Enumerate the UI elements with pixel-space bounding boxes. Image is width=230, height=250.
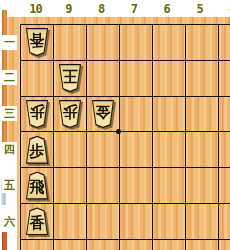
square-8-3[interactable]: 金 [87,97,120,133]
square-9-4[interactable] [54,132,87,168]
square-10-2[interactable] [21,61,54,97]
square-7-3[interactable] [120,97,153,133]
piece-pawn-gote[interactable]: 歩 [25,100,49,128]
square-7-1[interactable] [120,25,153,61]
piece-kanji: 歩 [58,100,82,128]
square-6-6[interactable] [153,204,186,240]
square-10-7[interactable] [21,240,54,250]
piece-lance-gote[interactable]: 香 [25,28,49,56]
file-label-8: 8 [98,2,104,16]
square-5-7[interactable] [186,240,219,250]
piece-kanji: 香 [25,207,49,235]
rank-label-box-6: 六 [2,214,17,229]
square-8-5[interactable] [87,168,120,204]
rank-label-3: 三 [4,108,15,119]
square-10-3[interactable]: 歩 [21,97,54,133]
piece-body: 歩 [25,100,49,128]
square-9-2[interactable]: 王 [54,61,87,97]
piece-pawn-gote[interactable]: 歩 [58,100,82,128]
square-9-5[interactable] [54,168,87,204]
square-6-3[interactable] [153,97,186,133]
file-labels-row: 10987654 [0,0,230,17]
file-label-7: 7 [131,2,137,16]
rank-label-box-1: 一 [2,35,17,50]
file-label-5: 5 [196,2,202,16]
piece-kanji: 飛 [25,172,49,200]
file-label-6: 6 [164,2,170,16]
file-label-4: 4 [229,2,230,16]
square-8-4[interactable] [87,132,120,168]
square-5-3[interactable] [186,97,219,133]
file-label-10: 10 [29,2,41,16]
square-5-2[interactable] [186,61,219,97]
square-4-4[interactable] [219,132,230,168]
square-4-2[interactable] [219,61,230,97]
square-10-6[interactable]: 香 [21,204,54,240]
piece-kanji: 金 [91,100,115,128]
file-label-9: 9 [65,2,71,16]
piece-king-gote[interactable]: 王 [58,64,82,92]
piece-body: 香 [25,28,49,56]
piece-body: 香 [25,207,49,235]
square-7-6[interactable] [120,204,153,240]
shogi-app-screenshot: 香王歩歩金歩飛香 10987654 一二三四五六 [0,0,230,250]
rank-label-box-3: 三 [2,106,17,121]
square-8-2[interactable] [87,61,120,97]
square-6-2[interactable] [153,61,186,97]
square-4-3[interactable] [219,97,230,133]
star-point [116,129,121,134]
square-6-5[interactable] [153,168,186,204]
square-7-2[interactable] [120,61,153,97]
rank-label-box-4: 四 [2,142,17,157]
square-4-1[interactable] [219,25,230,61]
square-10-5[interactable]: 飛 [21,168,54,204]
square-9-6[interactable] [54,204,87,240]
square-10-1[interactable]: 香 [21,25,54,61]
rank-label-1: 一 [4,37,15,48]
piece-lance-sente[interactable]: 香 [25,207,49,235]
square-9-1[interactable] [54,25,87,61]
rank-label-6: 六 [4,216,15,227]
piece-body: 王 [58,64,82,92]
square-5-4[interactable] [186,132,219,168]
square-6-4[interactable] [153,132,186,168]
square-10-4[interactable]: 歩 [21,132,54,168]
piece-kanji: 王 [58,64,82,92]
piece-body: 歩 [25,136,49,164]
rank-label-5: 五 [4,180,15,191]
piece-body: 歩 [58,100,82,128]
rank-labels-column: 一二三四五六 [0,0,20,250]
square-4-6[interactable] [219,204,230,240]
square-7-7[interactable] [120,240,153,250]
rank-label-box-5: 五 [2,178,17,193]
square-4-5[interactable] [219,168,230,204]
square-5-5[interactable] [186,168,219,204]
square-8-7[interactable] [87,240,120,250]
piece-body: 金 [91,100,115,128]
rank-label-2: 二 [4,72,15,83]
square-9-7[interactable] [54,240,87,250]
square-5-6[interactable] [186,204,219,240]
piece-kanji: 香 [25,28,49,56]
rank-label-box-2: 二 [2,70,17,85]
square-4-7[interactable] [219,240,230,250]
square-8-1[interactable] [87,25,120,61]
square-9-3[interactable]: 歩 [54,97,87,133]
board-grid: 香王歩歩金歩飛香 [20,24,230,250]
piece-gold-gote[interactable]: 金 [91,100,115,128]
piece-body: 飛 [25,172,49,200]
piece-kanji: 歩 [25,100,49,128]
square-5-1[interactable] [186,25,219,61]
square-8-6[interactable] [87,204,120,240]
piece-rook-sente[interactable]: 飛 [25,172,49,200]
piece-pawn-sente[interactable]: 歩 [25,136,49,164]
square-6-7[interactable] [153,240,186,250]
piece-kanji: 歩 [25,136,49,164]
rank-label-4: 四 [4,144,15,155]
square-6-1[interactable] [153,25,186,61]
square-7-4[interactable] [120,132,153,168]
square-7-5[interactable] [120,168,153,204]
